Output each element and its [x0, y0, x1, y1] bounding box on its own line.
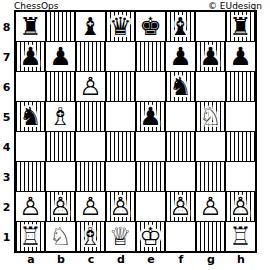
square-b3[interactable]: [46, 162, 75, 191]
white-knight[interactable]: ♘: [199, 102, 221, 131]
square-c7[interactable]: [76, 42, 105, 71]
chess-board: ♜♝♛♚♝♜♟♟♟♟♟♙♞♞♗♟♘♙♙♙♙♙♙♙♖♘♗♕♔♖: [14, 10, 257, 253]
white-king[interactable]: ♔: [139, 222, 161, 251]
white-pawn[interactable]: ♙: [229, 192, 251, 221]
file-label-c: c: [76, 253, 106, 266]
file-label-a: a: [16, 253, 46, 266]
square-b7[interactable]: ♟: [46, 42, 75, 71]
square-h5[interactable]: [226, 102, 255, 131]
white-pawn[interactable]: ♙: [49, 192, 71, 221]
square-a2[interactable]: ♙: [16, 192, 45, 221]
square-a8[interactable]: ♜: [16, 12, 45, 41]
square-g8[interactable]: [196, 12, 225, 41]
white-rook[interactable]: ♖: [229, 222, 251, 251]
white-pawn[interactable]: ♙: [109, 192, 131, 221]
square-e1[interactable]: ♔: [136, 222, 165, 251]
square-d6[interactable]: [106, 72, 135, 101]
square-c1[interactable]: ♗: [76, 222, 105, 251]
square-e5[interactable]: ♟: [136, 102, 165, 131]
black-pawn[interactable]: ♟: [229, 42, 251, 71]
rank-labels: 87654321: [0, 12, 13, 252]
square-d2[interactable]: ♙: [106, 192, 135, 221]
square-e2[interactable]: [136, 192, 165, 221]
white-rook[interactable]: ♖: [19, 222, 41, 251]
square-d8[interactable]: ♛: [106, 12, 135, 41]
white-knight[interactable]: ♘: [49, 222, 71, 251]
square-b1[interactable]: ♘: [46, 222, 75, 251]
black-pawn[interactable]: ♟: [169, 42, 191, 71]
square-a5[interactable]: ♞: [16, 102, 45, 131]
square-g7[interactable]: ♟: [196, 42, 225, 71]
rank-label-8: 8: [0, 12, 13, 42]
square-g4[interactable]: [196, 132, 225, 161]
square-c3[interactable]: [76, 162, 105, 191]
square-h1[interactable]: ♖: [226, 222, 255, 251]
square-e7[interactable]: [136, 42, 165, 71]
square-b4[interactable]: [46, 132, 75, 161]
file-label-b: b: [46, 253, 76, 266]
square-f4[interactable]: [166, 132, 195, 161]
square-f3[interactable]: [166, 162, 195, 191]
rank-label-1: 1: [0, 222, 13, 252]
black-pawn[interactable]: ♟: [49, 42, 71, 71]
square-a3[interactable]: [16, 162, 45, 191]
white-bishop[interactable]: ♗: [79, 222, 101, 251]
rank-label-7: 7: [0, 42, 13, 72]
white-pawn[interactable]: ♙: [19, 192, 41, 221]
black-bishop[interactable]: ♝: [169, 12, 191, 41]
square-e4[interactable]: [136, 132, 165, 161]
black-pawn[interactable]: ♟: [139, 102, 161, 131]
rank-label-3: 3: [0, 162, 13, 192]
file-label-h: h: [226, 253, 256, 266]
square-h4[interactable]: [226, 132, 255, 161]
square-d5[interactable]: [106, 102, 135, 131]
black-pawn[interactable]: ♟: [19, 42, 41, 71]
square-f1[interactable]: [166, 222, 195, 251]
black-pawn[interactable]: ♟: [199, 42, 221, 71]
square-b5[interactable]: ♗: [46, 102, 75, 131]
square-c8[interactable]: ♝: [76, 12, 105, 41]
black-knight[interactable]: ♞: [19, 102, 41, 131]
square-g6[interactable]: [196, 72, 225, 101]
white-pawn[interactable]: ♙: [79, 192, 101, 221]
black-rook[interactable]: ♜: [229, 12, 251, 41]
white-bishop[interactable]: ♗: [49, 102, 71, 131]
square-g5[interactable]: ♘: [196, 102, 225, 131]
square-f7[interactable]: ♟: [166, 42, 195, 71]
file-label-e: e: [136, 253, 166, 266]
square-d3[interactable]: [106, 162, 135, 191]
rank-label-6: 6: [0, 72, 13, 102]
square-c6[interactable]: ♙: [76, 72, 105, 101]
square-f2[interactable]: ♙: [166, 192, 195, 221]
square-h8[interactable]: ♜: [226, 12, 255, 41]
file-labels: abcdefgh: [16, 253, 256, 266]
square-g3[interactable]: [196, 162, 225, 191]
white-pawn[interactable]: ♙: [79, 72, 101, 101]
square-a1[interactable]: ♖: [16, 222, 45, 251]
square-h3[interactable]: [226, 162, 255, 191]
square-h6[interactable]: [226, 72, 255, 101]
black-bishop[interactable]: ♝: [79, 12, 101, 41]
rank-label-2: 2: [0, 192, 13, 222]
white-pawn[interactable]: ♙: [199, 192, 221, 221]
black-knight[interactable]: ♞: [169, 72, 191, 101]
square-e6[interactable]: [136, 72, 165, 101]
square-a7[interactable]: ♟: [16, 42, 45, 71]
rank-label-5: 5: [0, 102, 13, 132]
black-queen[interactable]: ♛: [109, 12, 131, 41]
square-d1[interactable]: ♕: [106, 222, 135, 251]
square-h7[interactable]: ♟: [226, 42, 255, 71]
square-e3[interactable]: [136, 162, 165, 191]
file-label-d: d: [106, 253, 136, 266]
square-g2[interactable]: ♙: [196, 192, 225, 221]
file-label-g: g: [196, 253, 226, 266]
square-d7[interactable]: [106, 42, 135, 71]
square-d4[interactable]: [106, 132, 135, 161]
white-pawn[interactable]: ♙: [169, 192, 191, 221]
square-g1[interactable]: [196, 222, 225, 251]
square-a4[interactable]: [16, 132, 45, 161]
square-f5[interactable]: [166, 102, 195, 131]
square-b2[interactable]: ♙: [46, 192, 75, 221]
black-king[interactable]: ♚: [139, 12, 161, 41]
rank-label-4: 4: [0, 132, 13, 162]
file-label-f: f: [166, 253, 196, 266]
square-c5[interactable]: [76, 102, 105, 131]
square-a6[interactable]: [16, 72, 45, 101]
square-c4[interactable]: [76, 132, 105, 161]
square-e8[interactable]: ♚: [136, 12, 165, 41]
square-f6[interactable]: ♞: [166, 72, 195, 101]
square-h2[interactable]: ♙: [226, 192, 255, 221]
square-c2[interactable]: ♙: [76, 192, 105, 221]
square-b8[interactable]: [46, 12, 75, 41]
black-rook[interactable]: ♜: [19, 12, 41, 41]
square-f8[interactable]: ♝: [166, 12, 195, 41]
square-b6[interactable]: [46, 72, 75, 101]
white-queen[interactable]: ♕: [109, 222, 131, 251]
